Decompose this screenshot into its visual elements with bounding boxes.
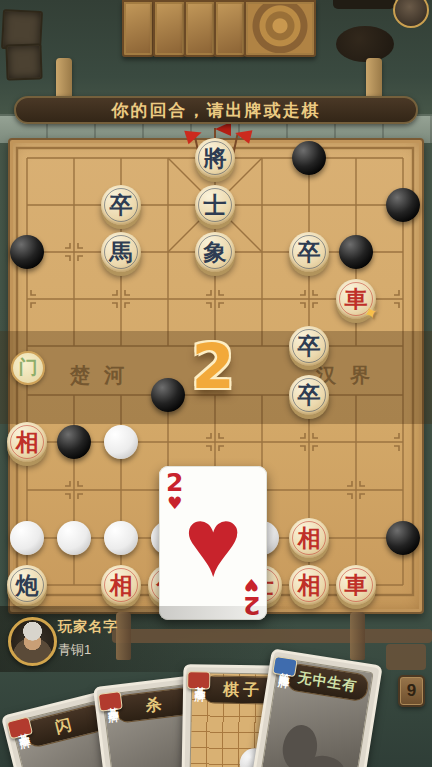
heart-suit-icon-large: ♥	[184, 493, 242, 591]
opponent-name-bar	[333, 0, 395, 9]
card-back	[122, 0, 154, 57]
xiangqi-piece-red-相[interactable]: 相	[101, 565, 141, 605]
player-avatar[interactable]	[8, 617, 57, 666]
opponent-avatar[interactable]	[393, 0, 429, 28]
go-stone-black[interactable]	[292, 141, 326, 175]
card-back	[184, 0, 216, 57]
heart-suit-icon: ♥	[243, 577, 260, 593]
xiangqi-piece-black-卒[interactable]: 卒	[289, 232, 329, 272]
player-name: 玩家名字	[58, 618, 118, 636]
xiangqi-piece-red-相[interactable]: 相	[289, 565, 329, 605]
card-corner-index: 2 ♥	[166, 471, 183, 511]
xiangqi-piece-black-將[interactable]: 將	[195, 138, 235, 178]
player-rank-tier: 青铜1	[58, 641, 91, 659]
fence-rail-decoration	[112, 629, 432, 643]
go-stone-black[interactable]	[386, 188, 420, 222]
go-stone-black[interactable]	[386, 521, 420, 555]
go-stone-white[interactable]	[104, 425, 138, 459]
go-stone-black[interactable]	[339, 235, 373, 269]
xiangqi-piece-red-相[interactable]: 相	[289, 518, 329, 558]
crate-decoration	[5, 43, 42, 80]
xiangqi-piece-black-卒[interactable]: 卒	[101, 185, 141, 225]
card-back	[153, 0, 186, 57]
xiangqi-piece-black-炮[interactable]: 炮	[7, 565, 47, 605]
drum-decoration	[336, 26, 394, 62]
card-type-tag: 基本牌	[187, 671, 210, 689]
fence-rail-decoration	[386, 644, 426, 670]
countdown-number: 2	[191, 336, 234, 398]
game-screen: 你的回合，请出牌或走棋 楚河 汉界 门 2 將卒士馬象卒卒卒炮車相相相仕仕相車 …	[0, 0, 432, 767]
xiangqi-piece-red-車[interactable]: 車	[336, 565, 376, 605]
go-stone-black[interactable]	[151, 378, 185, 412]
xiangqi-piece-black-卒[interactable]: 卒	[289, 375, 329, 415]
heart-suit-icon: ♥	[166, 495, 183, 511]
go-stone-white[interactable]	[104, 521, 138, 555]
xiangqi-piece-black-士[interactable]: 士	[195, 185, 235, 225]
xiangqi-piece-black-象[interactable]: 象	[195, 232, 235, 272]
xiangqi-piece-black-馬[interactable]: 馬	[101, 232, 141, 272]
xiangqi-piece-red-相[interactable]: 相	[7, 422, 47, 462]
played-card-2-of-hearts[interactable]: 2 ♥ ♥ 2 ♥	[159, 466, 267, 620]
card-type-tag: 基本牌	[98, 691, 123, 712]
card-back	[214, 0, 246, 57]
xiangqi-piece-black-卒[interactable]: 卒	[289, 326, 329, 366]
go-stone-black[interactable]	[10, 235, 44, 269]
fence-post-decoration	[116, 612, 131, 660]
go-stone-white[interactable]	[57, 521, 91, 555]
fence-post-decoration	[350, 612, 365, 660]
side-badge[interactable]: 门	[11, 351, 45, 385]
card-back-deck	[244, 0, 316, 57]
card-type-tag: 策略牌	[272, 656, 298, 677]
draw-pile-count-badge[interactable]: 9	[398, 675, 425, 707]
turn-banner: 你的回合，请出牌或走棋	[14, 96, 418, 124]
go-stone-white[interactable]	[10, 521, 44, 555]
river-label-left: 楚河	[70, 362, 138, 389]
go-stone-black[interactable]	[57, 425, 91, 459]
